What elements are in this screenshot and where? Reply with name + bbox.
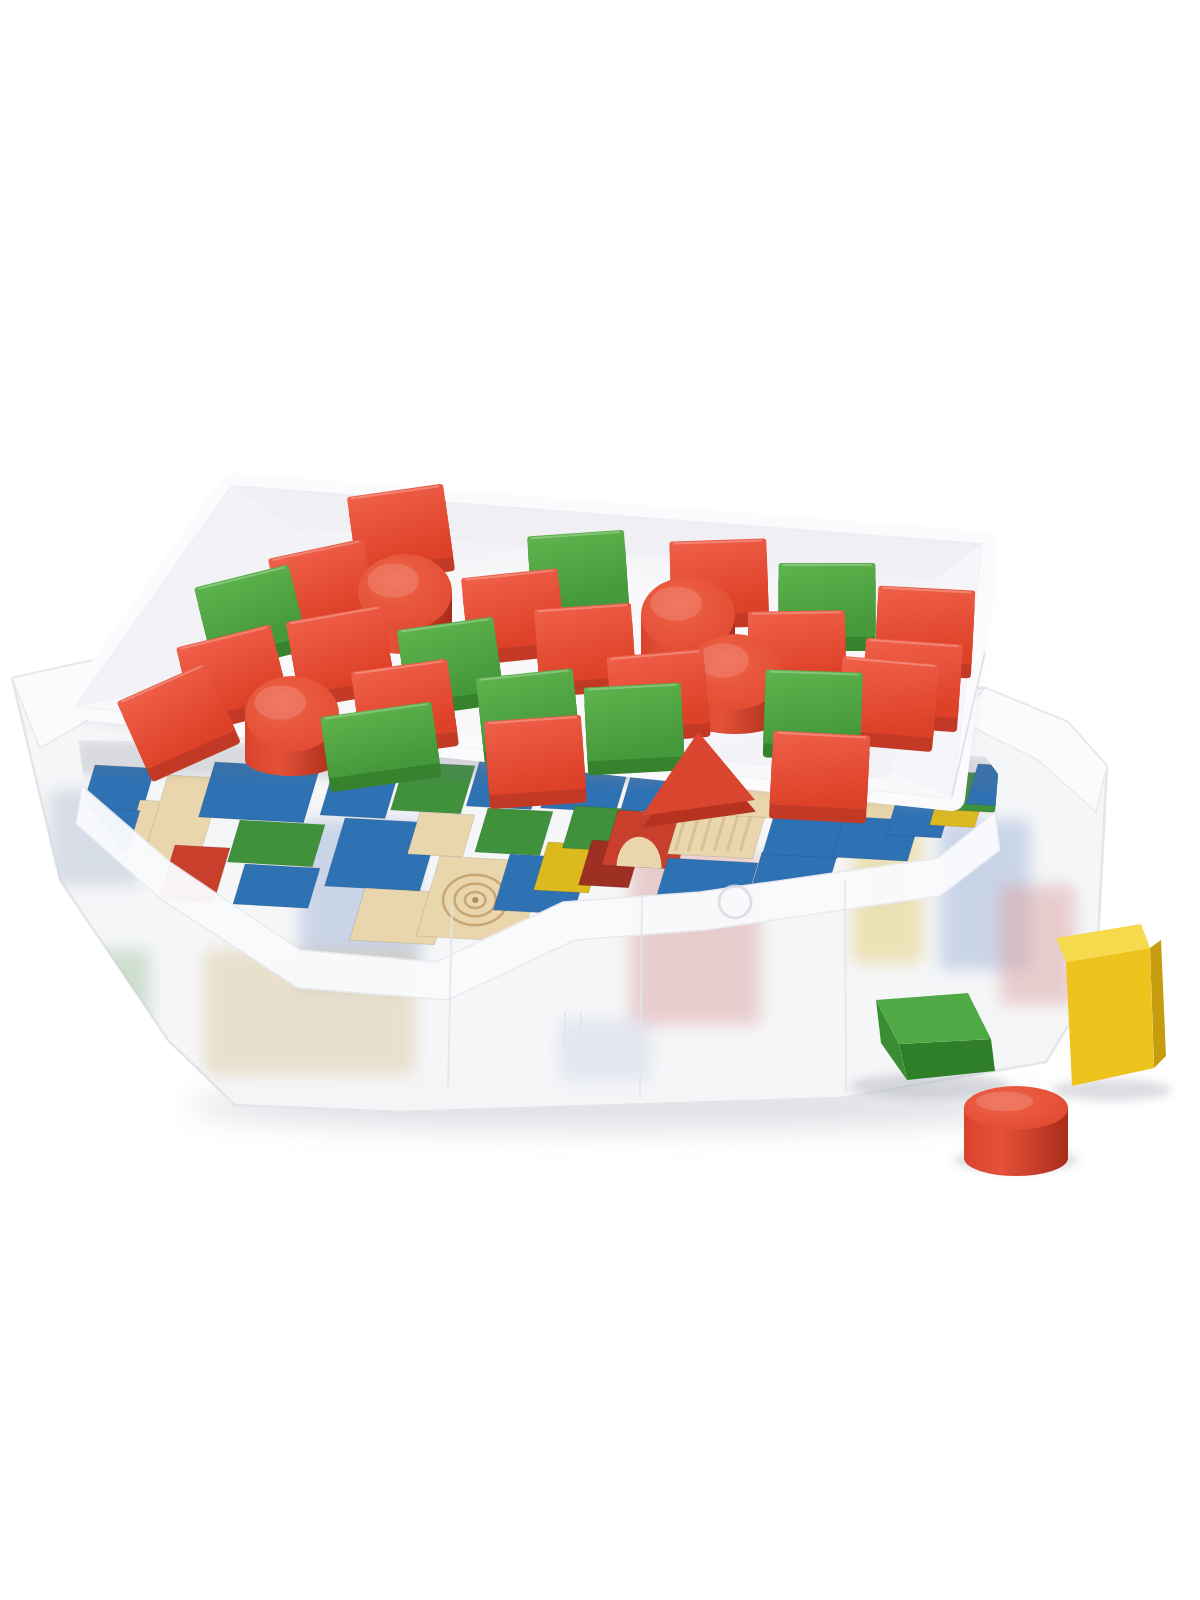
tray-block-green-square bbox=[584, 683, 685, 776]
box-block-wood bbox=[407, 812, 475, 857]
box-block-green bbox=[475, 808, 553, 856]
block-top-face bbox=[584, 683, 685, 762]
product-photo bbox=[0, 0, 1200, 1600]
loose-block-shadow bbox=[1052, 1079, 1172, 1101]
box-blurred-block bbox=[560, 1020, 650, 1080]
box-block-green bbox=[227, 820, 325, 867]
wood-grain-knot bbox=[472, 897, 478, 903]
block-top-face bbox=[484, 715, 586, 796]
box-blurred-block bbox=[60, 950, 150, 1065]
block-top-face bbox=[770, 731, 871, 810]
loose-yellow-rect-block bbox=[1056, 924, 1166, 1086]
cylinder-highlight bbox=[254, 686, 306, 720]
yellow-block-front-face bbox=[1066, 948, 1154, 1086]
cylinder-highlight bbox=[367, 564, 419, 598]
tray-block-red-square bbox=[769, 731, 870, 824]
blocks-scene bbox=[0, 0, 1200, 1600]
tray-block-green-square bbox=[320, 702, 441, 793]
tray-block-red-square bbox=[484, 715, 587, 810]
cylinder-highlight bbox=[976, 1092, 1033, 1112]
box-block-blue bbox=[233, 864, 320, 908]
loose-red-cylinder bbox=[964, 1086, 1068, 1176]
cylinder-highlight bbox=[650, 587, 702, 621]
box-seam-line bbox=[845, 880, 846, 1092]
